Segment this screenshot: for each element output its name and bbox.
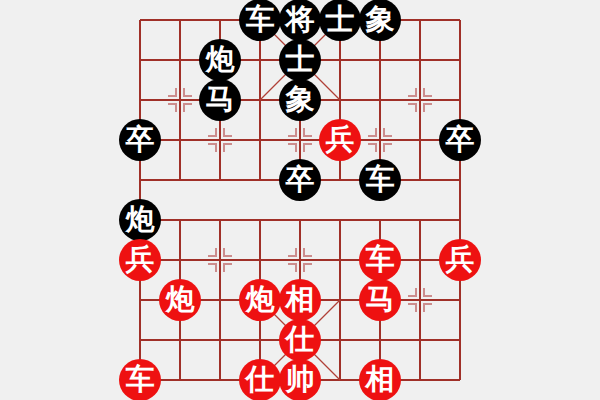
piece-glyph: 车 bbox=[366, 165, 395, 194]
piece-black-general[interactable]: 将 bbox=[279, 0, 321, 41]
piece-red-chariot[interactable]: 车 bbox=[359, 239, 401, 281]
piece-glyph: 象 bbox=[366, 5, 395, 34]
piece-black-cannon[interactable]: 炮 bbox=[199, 39, 241, 81]
piece-glyph: 相 bbox=[366, 365, 395, 394]
piece-black-chariot[interactable]: 车 bbox=[359, 159, 401, 201]
piece-black-advisor[interactable]: 士 bbox=[319, 0, 361, 41]
piece-red-soldier[interactable]: 兵 bbox=[319, 119, 361, 161]
piece-glyph: 炮 bbox=[206, 45, 235, 74]
piece-glyph: 象 bbox=[286, 85, 315, 114]
piece-black-elephant[interactable]: 象 bbox=[359, 0, 401, 41]
piece-glyph: 相 bbox=[286, 285, 315, 314]
piece-glyph: 仕 bbox=[246, 365, 275, 394]
piece-red-horse[interactable]: 马 bbox=[359, 279, 401, 321]
piece-glyph: 兵 bbox=[126, 245, 155, 274]
piece-red-cannon[interactable]: 炮 bbox=[159, 279, 201, 321]
pieces-layer: 车将士象炮士马象卒兵卒卒车炮兵车兵炮炮相马仕车仕帅相 bbox=[0, 0, 600, 400]
piece-black-chariot[interactable]: 车 bbox=[239, 0, 281, 41]
piece-glyph: 兵 bbox=[446, 245, 475, 274]
piece-black-elephant[interactable]: 象 bbox=[279, 79, 321, 121]
piece-red-advisor[interactable]: 仕 bbox=[239, 359, 281, 400]
piece-red-general[interactable]: 帅 bbox=[279, 359, 321, 400]
piece-glyph: 帅 bbox=[286, 365, 315, 394]
xiangqi-app: 车将士象炮士马象卒兵卒卒车炮兵车兵炮炮相马仕车仕帅相 bbox=[0, 0, 600, 400]
piece-glyph: 车 bbox=[246, 5, 275, 34]
piece-black-horse[interactable]: 马 bbox=[199, 79, 241, 121]
piece-glyph: 炮 bbox=[126, 205, 155, 234]
piece-glyph: 马 bbox=[206, 85, 235, 114]
piece-red-elephant[interactable]: 相 bbox=[359, 359, 401, 400]
piece-glyph: 卒 bbox=[446, 125, 475, 154]
piece-glyph: 炮 bbox=[246, 285, 275, 314]
piece-black-advisor[interactable]: 士 bbox=[279, 39, 321, 81]
piece-glyph: 将 bbox=[286, 5, 315, 34]
piece-black-soldier[interactable]: 卒 bbox=[279, 159, 321, 201]
piece-glyph: 卒 bbox=[126, 125, 155, 154]
piece-black-soldier[interactable]: 卒 bbox=[439, 119, 481, 161]
piece-glyph: 卒 bbox=[286, 165, 315, 194]
piece-red-elephant[interactable]: 相 bbox=[279, 279, 321, 321]
piece-glyph: 炮 bbox=[166, 285, 195, 314]
piece-glyph: 士 bbox=[286, 45, 315, 74]
piece-glyph: 仕 bbox=[286, 325, 315, 354]
piece-red-advisor[interactable]: 仕 bbox=[279, 319, 321, 361]
piece-red-chariot[interactable]: 车 bbox=[119, 359, 161, 400]
piece-glyph: 士 bbox=[326, 5, 355, 34]
piece-black-cannon[interactable]: 炮 bbox=[119, 199, 161, 241]
piece-glyph: 车 bbox=[126, 365, 155, 394]
piece-red-soldier[interactable]: 兵 bbox=[439, 239, 481, 281]
piece-glyph: 兵 bbox=[326, 125, 355, 154]
piece-glyph: 车 bbox=[366, 245, 395, 274]
piece-black-soldier[interactable]: 卒 bbox=[119, 119, 161, 161]
piece-glyph: 马 bbox=[366, 285, 395, 314]
piece-red-soldier[interactable]: 兵 bbox=[119, 239, 161, 281]
piece-red-cannon[interactable]: 炮 bbox=[239, 279, 281, 321]
